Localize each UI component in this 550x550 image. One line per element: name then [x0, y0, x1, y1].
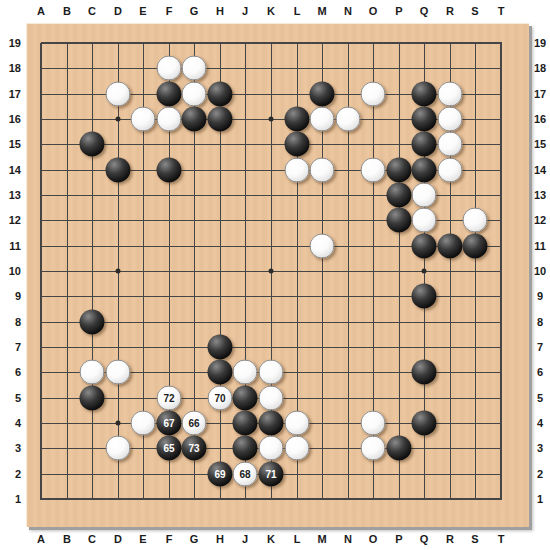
col-label-top-H: H [210, 4, 230, 18]
stone-white-L4[interactable] [285, 411, 310, 436]
row-label-left-4: 4 [1, 416, 21, 430]
stone-white-O14[interactable] [361, 158, 386, 183]
stone-black-L15[interactable] [285, 132, 310, 157]
row-label-right-13: 13 [530, 188, 550, 202]
grid-line-horizontal [41, 322, 502, 323]
row-label-left-16: 16 [1, 112, 21, 126]
stone-black-F3[interactable]: 65 [157, 436, 182, 461]
col-label-top-Q: Q [414, 4, 434, 18]
stone-white-L14[interactable] [285, 158, 310, 183]
col-label-bottom-L: L [287, 532, 307, 546]
row-label-right-8: 8 [530, 315, 550, 329]
move-number-label: 68 [239, 469, 250, 479]
star-point-D10 [116, 269, 121, 274]
stone-white-O17[interactable] [361, 82, 386, 107]
row-label-right-2: 2 [530, 467, 550, 481]
col-label-top-O: O [363, 4, 383, 18]
col-label-bottom-K: K [261, 532, 281, 546]
col-label-bottom-Q: Q [414, 532, 434, 546]
star-point-D16 [116, 117, 121, 122]
go-diagram: 727067666573696871 AABBCCDDEEFFGGHHJJKKL… [0, 0, 550, 550]
stone-black-H7[interactable] [208, 335, 233, 360]
col-label-top-S: S [465, 4, 485, 18]
stone-white-K5[interactable] [259, 386, 284, 411]
row-label-right-5: 5 [530, 391, 550, 405]
row-label-left-10: 10 [1, 264, 21, 278]
stone-black-R11[interactable] [438, 234, 463, 259]
stone-black-M17[interactable] [310, 82, 335, 107]
stone-black-Q15[interactable] [412, 132, 437, 157]
stone-white-H5[interactable]: 70 [208, 386, 233, 411]
col-label-top-L: L [287, 4, 307, 18]
stone-black-Q14[interactable] [412, 158, 437, 183]
stone-white-S12[interactable] [463, 208, 488, 233]
col-label-top-P: P [389, 4, 409, 18]
stone-white-J6[interactable] [233, 360, 258, 385]
move-number-label: 65 [163, 443, 174, 453]
move-number-label: 72 [163, 393, 174, 403]
col-label-bottom-N: N [338, 532, 358, 546]
row-label-left-9: 9 [1, 289, 21, 303]
col-label-top-M: M [312, 4, 332, 18]
stone-black-P3[interactable] [387, 436, 412, 461]
row-label-left-5: 5 [1, 391, 21, 405]
col-label-bottom-A: A [31, 532, 51, 546]
row-label-left-12: 12 [1, 213, 21, 227]
row-label-right-18: 18 [530, 61, 550, 75]
move-number-label: 73 [188, 443, 199, 453]
col-label-bottom-C: C [82, 532, 102, 546]
col-label-top-B: B [57, 4, 77, 18]
col-label-bottom-O: O [363, 532, 383, 546]
stone-black-K2[interactable]: 71 [259, 462, 284, 487]
stone-black-P13[interactable] [387, 183, 412, 208]
stone-black-H2[interactable]: 69 [208, 462, 233, 487]
row-label-right-1: 1 [530, 492, 550, 506]
stone-black-F14[interactable] [157, 158, 182, 183]
row-label-right-9: 9 [530, 289, 550, 303]
col-label-top-F: F [159, 4, 179, 18]
stone-white-D17[interactable] [106, 82, 131, 107]
col-label-top-A: A [31, 4, 51, 18]
stone-white-F18[interactable] [157, 56, 182, 81]
col-label-top-R: R [440, 4, 460, 18]
stone-black-H16[interactable] [208, 107, 233, 132]
stone-white-N16[interactable] [336, 107, 361, 132]
row-label-left-7: 7 [1, 340, 21, 354]
stone-white-F16[interactable] [157, 107, 182, 132]
stone-black-P14[interactable] [387, 158, 412, 183]
stone-white-R16[interactable] [438, 107, 463, 132]
stone-black-D14[interactable] [106, 158, 131, 183]
move-number-label: 70 [214, 393, 225, 403]
grid-line-vertical [475, 43, 476, 500]
col-label-top-N: N [338, 4, 358, 18]
stone-white-O3[interactable] [361, 436, 386, 461]
stone-white-C6[interactable] [80, 360, 105, 385]
star-point-K16 [269, 117, 274, 122]
col-label-top-E: E [133, 4, 153, 18]
row-label-left-15: 15 [1, 137, 21, 151]
stone-white-R14[interactable] [438, 158, 463, 183]
stone-white-J2[interactable]: 68 [233, 462, 258, 487]
row-label-left-3: 3 [1, 441, 21, 455]
move-number-label: 69 [214, 469, 225, 479]
row-label-right-14: 14 [530, 163, 550, 177]
col-label-top-T: T [491, 4, 511, 18]
stone-white-K6[interactable] [259, 360, 284, 385]
row-label-right-16: 16 [530, 112, 550, 126]
stone-black-P12[interactable] [387, 208, 412, 233]
grid-line-horizontal [41, 498, 502, 500]
stone-white-E16[interactable] [131, 107, 156, 132]
stone-white-G18[interactable] [182, 56, 207, 81]
col-label-bottom-J: J [235, 532, 255, 546]
stone-black-C15[interactable] [80, 132, 105, 157]
col-label-top-D: D [108, 4, 128, 18]
stone-black-J4[interactable] [233, 411, 258, 436]
stone-white-Q13[interactable] [412, 183, 437, 208]
col-label-bottom-H: H [210, 532, 230, 546]
stone-white-R15[interactable] [438, 132, 463, 157]
col-label-top-G: G [184, 4, 204, 18]
star-point-D4 [116, 421, 121, 426]
move-number-label: 67 [163, 418, 174, 428]
grid-line-vertical [500, 43, 502, 500]
stone-white-R17[interactable] [438, 82, 463, 107]
col-label-bottom-R: R [440, 532, 460, 546]
stone-black-J3[interactable] [233, 436, 258, 461]
stone-white-G17[interactable] [182, 82, 207, 107]
row-label-left-6: 6 [1, 365, 21, 379]
stone-black-Q11[interactable] [412, 234, 437, 259]
row-label-right-17: 17 [530, 87, 550, 101]
row-label-left-8: 8 [1, 315, 21, 329]
stone-black-G16[interactable] [182, 107, 207, 132]
row-label-right-12: 12 [530, 213, 550, 227]
stone-black-H6[interactable] [208, 360, 233, 385]
col-label-top-J: J [235, 4, 255, 18]
col-label-top-K: K [261, 4, 281, 18]
col-label-top-C: C [82, 4, 102, 18]
row-label-right-10: 10 [530, 264, 550, 278]
stone-black-Q9[interactable] [412, 284, 437, 309]
row-label-left-14: 14 [1, 163, 21, 177]
stone-black-H17[interactable] [208, 82, 233, 107]
stone-black-C5[interactable] [80, 386, 105, 411]
stone-black-F17[interactable] [157, 82, 182, 107]
row-label-left-2: 2 [1, 467, 21, 481]
stone-black-G3[interactable]: 73 [182, 436, 207, 461]
col-label-bottom-P: P [389, 532, 409, 546]
row-label-left-18: 18 [1, 61, 21, 75]
row-label-right-19: 19 [530, 36, 550, 50]
stone-white-M16[interactable] [310, 107, 335, 132]
stone-white-L3[interactable] [285, 436, 310, 461]
row-label-left-1: 1 [1, 492, 21, 506]
stone-black-Q4[interactable] [412, 411, 437, 436]
row-label-left-11: 11 [1, 239, 21, 253]
row-label-right-6: 6 [530, 365, 550, 379]
col-label-bottom-F: F [159, 532, 179, 546]
grid-line-vertical [399, 43, 400, 500]
stone-white-E4[interactable] [131, 411, 156, 436]
stone-white-K3[interactable] [259, 436, 284, 461]
stone-black-J5[interactable] [233, 386, 258, 411]
stone-white-Q12[interactable] [412, 208, 437, 233]
stone-black-L16[interactable] [285, 107, 310, 132]
move-number-label: 66 [188, 418, 199, 428]
go-board[interactable]: 727067666573696871 [26, 23, 529, 527]
move-number-label: 71 [265, 469, 276, 479]
star-point-K10 [269, 269, 274, 274]
row-label-right-3: 3 [530, 441, 550, 455]
col-label-bottom-E: E [133, 532, 153, 546]
stone-white-M11[interactable] [310, 234, 335, 259]
col-label-bottom-D: D [108, 532, 128, 546]
star-point-Q10 [422, 269, 427, 274]
stone-black-F4[interactable]: 67 [157, 411, 182, 436]
stone-white-G4[interactable]: 66 [182, 411, 207, 436]
stone-black-C8[interactable] [80, 310, 105, 335]
stone-black-S11[interactable] [463, 234, 488, 259]
stone-white-D6[interactable] [106, 360, 131, 385]
col-label-bottom-M: M [312, 532, 332, 546]
grid-line-horizontal [41, 347, 502, 348]
row-label-left-13: 13 [1, 188, 21, 202]
stone-white-M14[interactable] [310, 158, 335, 183]
row-label-left-17: 17 [1, 87, 21, 101]
row-label-right-7: 7 [530, 340, 550, 354]
row-label-right-15: 15 [530, 137, 550, 151]
stone-black-Q17[interactable] [412, 82, 437, 107]
stone-black-Q6[interactable] [412, 360, 437, 385]
row-label-right-4: 4 [530, 416, 550, 430]
row-label-right-11: 11 [530, 239, 550, 253]
stone-black-K4[interactable] [259, 411, 284, 436]
stone-white-O4[interactable] [361, 411, 386, 436]
stone-white-D3[interactable] [106, 436, 131, 461]
col-label-bottom-S: S [465, 532, 485, 546]
col-label-bottom-B: B [57, 532, 77, 546]
stone-white-F5[interactable]: 72 [157, 386, 182, 411]
row-label-left-19: 19 [1, 36, 21, 50]
stone-black-Q16[interactable] [412, 107, 437, 132]
col-label-bottom-T: T [491, 532, 511, 546]
col-label-bottom-G: G [184, 532, 204, 546]
